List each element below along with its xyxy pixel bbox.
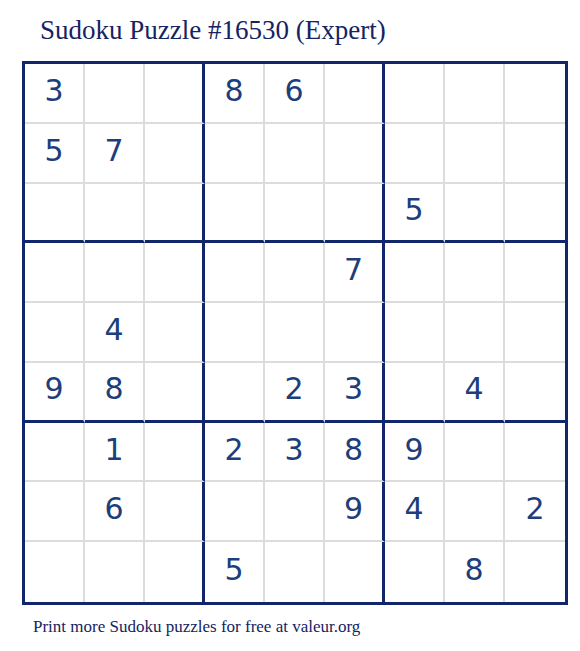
cell-r3c9 xyxy=(505,184,565,244)
cell-r4c4 xyxy=(205,243,265,303)
cell-r9c3 xyxy=(145,542,205,602)
cell-r3c2 xyxy=(85,184,145,244)
cell-r5c7 xyxy=(385,303,445,363)
cell-r2c6 xyxy=(325,124,385,184)
cell-r6c7 xyxy=(385,363,445,423)
cell-r2c2: 7 xyxy=(85,124,145,184)
cell-r2c5 xyxy=(265,124,325,184)
cell-r2c7 xyxy=(385,124,445,184)
given-digit: 7 xyxy=(104,136,123,170)
given-digit: 8 xyxy=(224,76,243,110)
cell-r6c6: 3 xyxy=(325,363,385,423)
cell-r6c4 xyxy=(205,363,265,423)
cell-r3c3 xyxy=(145,184,205,244)
cell-r6c3 xyxy=(145,363,205,423)
cell-r2c9 xyxy=(505,124,565,184)
cell-r1c4: 8 xyxy=(205,64,265,124)
given-digit: 9 xyxy=(344,494,363,528)
cell-r2c3 xyxy=(145,124,205,184)
cell-r1c5: 6 xyxy=(265,64,325,124)
given-digit: 8 xyxy=(464,555,483,589)
given-digit: 2 xyxy=(525,494,544,528)
cell-r8c1 xyxy=(25,482,85,542)
cell-r8c8 xyxy=(445,482,505,542)
cell-r1c8 xyxy=(445,64,505,124)
cell-r5c8 xyxy=(445,303,505,363)
given-digit: 5 xyxy=(224,555,243,589)
cell-r6c9 xyxy=(505,363,565,423)
given-digit: 8 xyxy=(104,374,123,408)
given-digit: 2 xyxy=(224,435,243,469)
cell-r2c8 xyxy=(445,124,505,184)
cell-r7c5: 3 xyxy=(265,423,325,483)
cell-r8c2: 6 xyxy=(85,482,145,542)
given-digit: 5 xyxy=(404,195,423,229)
cell-r8c3 xyxy=(145,482,205,542)
cell-r2c1: 5 xyxy=(25,124,85,184)
cell-r1c7 xyxy=(385,64,445,124)
cell-r3c4 xyxy=(205,184,265,244)
cell-r9c9 xyxy=(505,542,565,602)
cell-r1c6 xyxy=(325,64,385,124)
cell-r9c8: 8 xyxy=(445,542,505,602)
given-digit: 6 xyxy=(284,76,303,110)
given-digit: 6 xyxy=(104,494,123,528)
cell-r4c8 xyxy=(445,243,505,303)
sudoku-page: Sudoku Puzzle #16530 (Expert) 3865757498… xyxy=(0,0,580,651)
cell-r5c4 xyxy=(205,303,265,363)
cell-r5c1 xyxy=(25,303,85,363)
given-digit: 9 xyxy=(404,435,423,469)
cell-r1c3 xyxy=(145,64,205,124)
given-digit: 1 xyxy=(104,435,123,469)
cell-r4c7 xyxy=(385,243,445,303)
cell-r1c9 xyxy=(505,64,565,124)
cell-r9c4: 5 xyxy=(205,542,265,602)
cell-r9c5 xyxy=(265,542,325,602)
given-digit: 4 xyxy=(404,494,423,528)
cell-r3c5 xyxy=(265,184,325,244)
cell-r5c5 xyxy=(265,303,325,363)
given-digit: 4 xyxy=(104,315,123,349)
cell-r7c7: 9 xyxy=(385,423,445,483)
cell-r7c4: 2 xyxy=(205,423,265,483)
cell-r8c4 xyxy=(205,482,265,542)
given-digit: 9 xyxy=(44,374,63,408)
cell-r2c4 xyxy=(205,124,265,184)
cell-r6c2: 8 xyxy=(85,363,145,423)
cell-r9c7 xyxy=(385,542,445,602)
cell-r4c5 xyxy=(265,243,325,303)
cell-r8c7: 4 xyxy=(385,482,445,542)
given-digit: 4 xyxy=(464,374,483,408)
cell-r7c9 xyxy=(505,423,565,483)
cell-r8c9: 2 xyxy=(505,482,565,542)
footer-credit: Print more Sudoku puzzles for free at va… xyxy=(33,617,360,637)
cell-r8c5 xyxy=(265,482,325,542)
cell-r3c8 xyxy=(445,184,505,244)
cell-r4c3 xyxy=(145,243,205,303)
cell-r1c2 xyxy=(85,64,145,124)
sudoku-board: 386575749823412389694258 xyxy=(22,61,568,605)
given-digit: 2 xyxy=(284,374,303,408)
cell-r7c3 xyxy=(145,423,205,483)
cell-r1c1: 3 xyxy=(25,64,85,124)
cell-r7c6: 8 xyxy=(325,423,385,483)
cell-r4c2 xyxy=(85,243,145,303)
given-digit: 5 xyxy=(44,136,63,170)
cell-r3c7: 5 xyxy=(385,184,445,244)
given-digit: 3 xyxy=(344,374,363,408)
given-digit: 3 xyxy=(44,76,63,110)
given-digit: 3 xyxy=(284,435,303,469)
cell-r6c5: 2 xyxy=(265,363,325,423)
cell-r3c6 xyxy=(325,184,385,244)
cell-r5c2: 4 xyxy=(85,303,145,363)
cell-r7c1 xyxy=(25,423,85,483)
cell-r4c6: 7 xyxy=(325,243,385,303)
cell-r8c6: 9 xyxy=(325,482,385,542)
cell-r5c3 xyxy=(145,303,205,363)
cell-r7c2: 1 xyxy=(85,423,145,483)
cell-r3c1 xyxy=(25,184,85,244)
cell-r9c1 xyxy=(25,542,85,602)
cell-r9c2 xyxy=(85,542,145,602)
cell-r6c1: 9 xyxy=(25,363,85,423)
given-digit: 8 xyxy=(344,435,363,469)
cell-r5c6 xyxy=(325,303,385,363)
cell-r5c9 xyxy=(505,303,565,363)
cell-r4c9 xyxy=(505,243,565,303)
cell-r4c1 xyxy=(25,243,85,303)
cell-r9c6 xyxy=(325,542,385,602)
given-digit: 7 xyxy=(344,255,363,289)
cell-r7c8 xyxy=(445,423,505,483)
cell-r6c8: 4 xyxy=(445,363,505,423)
page-title: Sudoku Puzzle #16530 (Expert) xyxy=(40,15,386,45)
